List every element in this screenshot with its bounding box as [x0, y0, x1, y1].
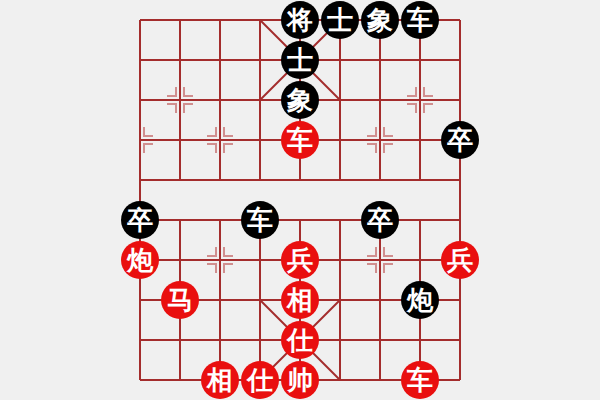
piece-black-soldier[interactable]: 卒 — [441, 121, 479, 159]
piece-black-chariot[interactable]: 车 — [401, 1, 439, 39]
piece-black-elephant[interactable]: 象 — [281, 81, 319, 119]
xiangqi-board[interactable]: 将士象车士象车卒卒车卒炮兵兵马相炮仕相仕帅车 — [140, 20, 460, 380]
piece-red-elephant[interactable]: 相 — [281, 281, 319, 319]
piece-black-cannon[interactable]: 炮 — [401, 281, 439, 319]
piece-red-chariot[interactable]: 车 — [281, 121, 319, 159]
piece-red-chariot[interactable]: 车 — [401, 361, 439, 399]
piece-black-general[interactable]: 将 — [281, 1, 319, 39]
piece-red-advisor[interactable]: 仕 — [281, 321, 319, 359]
piece-red-elephant[interactable]: 相 — [201, 361, 239, 399]
piece-red-general[interactable]: 帅 — [281, 361, 319, 399]
piece-red-soldier[interactable]: 兵 — [281, 241, 319, 279]
piece-black-chariot[interactable]: 车 — [241, 201, 279, 239]
piece-black-advisor[interactable]: 士 — [321, 1, 359, 39]
piece-red-cannon[interactable]: 炮 — [121, 241, 159, 279]
xiangqi-screen: 将士象车士象车卒卒车卒炮兵兵马相炮仕相仕帅车 — [0, 0, 600, 400]
piece-black-elephant[interactable]: 象 — [361, 1, 399, 39]
piece-black-advisor[interactable]: 士 — [281, 41, 319, 79]
piece-red-soldier[interactable]: 兵 — [441, 241, 479, 279]
piece-red-advisor[interactable]: 仕 — [241, 361, 279, 399]
piece-red-horse[interactable]: 马 — [161, 281, 199, 319]
piece-black-soldier[interactable]: 卒 — [121, 201, 159, 239]
piece-black-soldier[interactable]: 卒 — [361, 201, 399, 239]
